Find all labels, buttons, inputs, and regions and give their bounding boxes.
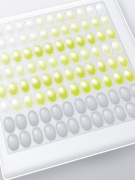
well-H3 [30, 126, 45, 145]
well-G3 [26, 109, 40, 127]
well-G2 [14, 112, 28, 130]
well-D3 [14, 63, 27, 79]
well-E3 [18, 78, 32, 95]
well-G1 [2, 115, 16, 134]
scene-background [0, 0, 135, 180]
plate-deck [0, 1, 135, 155]
well-H2 [18, 129, 33, 148]
well-E2 [7, 80, 20, 97]
well-B3 [7, 35, 19, 49]
well-D2 [3, 66, 16, 82]
well-A3 [4, 23, 16, 37]
well-F2 [10, 96, 24, 114]
well-grid [0, 2, 135, 152]
well-C3 [11, 49, 24, 64]
well-C2 [0, 51, 13, 66]
well-H1 [6, 133, 20, 153]
well-F3 [22, 93, 36, 110]
